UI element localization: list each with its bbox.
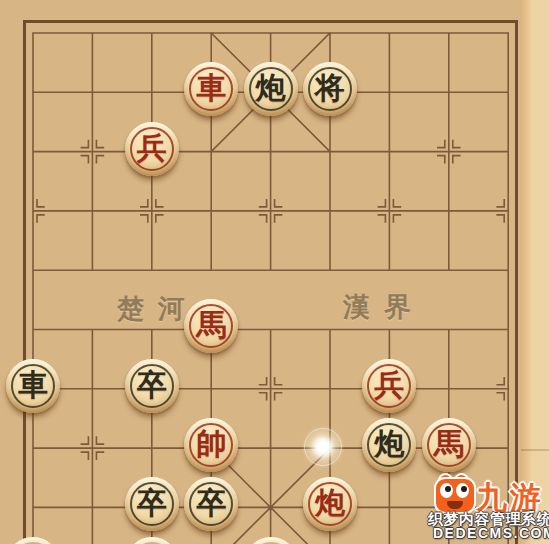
piece-black-soldier[interactable]: 卒 [184,477,238,531]
piece-black-soldier[interactable]: 卒 [125,477,179,531]
jiuyou-mascot-icon [436,479,474,512]
piece-character: 卒 [137,488,167,518]
piece-black-soldier[interactable]: 卒 [125,359,179,413]
piece-black-cannon[interactable]: 炮 [362,418,416,472]
mascot-eye-icon [456,483,469,498]
river-label-han-jie: 漢界 [343,289,425,325]
mascot-eye-icon [440,483,453,498]
piece-character: 帥 [196,429,226,459]
mascot-mouth-icon [447,501,463,509]
piece-red-soldier[interactable]: 兵 [125,122,179,176]
piece-character: 炮 [315,488,345,518]
piece-character: 卒 [196,488,226,518]
watermark-line2: DEDECMS.COM [433,525,549,541]
piece-black-chariot[interactable]: 車 [6,359,60,413]
piece-black-general[interactable]: 将 [303,62,357,116]
piece-character: 兵 [137,133,167,163]
jiuyou-watermark: 九游 织梦内容管理系统 DEDECMS.COM [430,472,549,544]
piece-black-cannon[interactable]: 炮 [244,62,298,116]
piece-character: 炮 [374,429,404,459]
piece-character: 卒 [137,370,167,400]
piece-character: 車 [18,370,48,400]
piece-character: 車 [196,73,226,103]
piece-red-general[interactable]: 帥 [184,418,238,472]
piece-red-horse[interactable]: 馬 [184,299,238,353]
piece-red-horse[interactable]: 馬 [422,418,476,472]
piece-character: 炮 [256,73,286,103]
piece-red-chariot[interactable]: 車 [184,62,238,116]
table-seam [521,449,549,451]
piece-character: 馬 [196,310,226,340]
piece-red-cannon[interactable]: 炮 [303,477,357,531]
piece-character: 馬 [434,429,464,459]
xiangqi-game-screenshot: 楚河 漢界 車炮将兵馬車卒兵帥炮馬卒卒炮 九游 织梦内容管理系统 DEDECMS… [0,0,549,544]
table-margin [521,0,549,544]
piece-character: 兵 [374,370,404,400]
piece-red-soldier[interactable]: 兵 [362,359,416,413]
piece-character: 将 [315,73,345,103]
